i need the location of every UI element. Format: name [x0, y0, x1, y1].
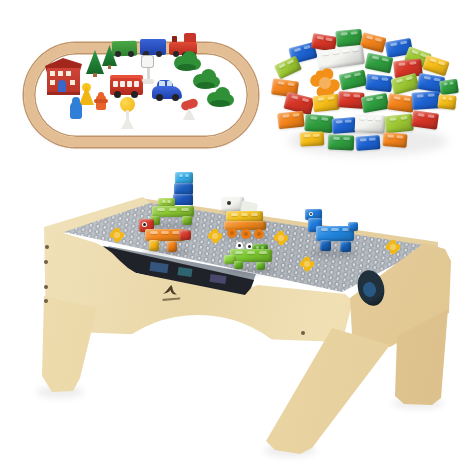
stud [331, 228, 338, 232]
stud [241, 213, 248, 217]
flower-piece-yellow [300, 257, 314, 271]
stud [231, 213, 238, 217]
stud [161, 231, 169, 235]
dino-leg [320, 240, 331, 251]
stud [259, 251, 267, 255]
flower-core [114, 232, 119, 237]
stud [247, 251, 255, 255]
stud [179, 174, 183, 178]
stud [157, 208, 165, 212]
tabletop-builds [0, 0, 474, 474]
giraffe-tail-red [179, 230, 191, 240]
giraffe-leg-orange [167, 241, 177, 252]
giraffe-pupil [143, 223, 146, 226]
croc-leg [234, 261, 243, 269]
lime-creature-leg [182, 216, 192, 225]
flower-piece-yellow [386, 240, 400, 254]
stud [181, 208, 189, 212]
dino-pupil [310, 213, 312, 215]
stud [150, 231, 158, 235]
flower-core [278, 235, 283, 240]
stud [167, 200, 171, 204]
duck-eye [227, 201, 231, 205]
flower-core [304, 261, 309, 266]
giraffe-leg-yellow [149, 240, 159, 251]
flower-piece-yellow [208, 229, 222, 243]
flower-piece-yellow [274, 231, 288, 245]
flower-core [390, 244, 395, 249]
product-photo [0, 0, 474, 474]
flower-piece-yellow [110, 228, 124, 242]
croc-pupil [238, 244, 241, 247]
stud [185, 174, 189, 178]
stud [169, 208, 177, 212]
flower-core [212, 233, 217, 238]
duck-wheel-hub [257, 232, 261, 236]
dino-tail [348, 222, 358, 231]
dino-leg [340, 241, 351, 252]
stud [162, 200, 166, 204]
stud [321, 228, 328, 232]
stud [235, 251, 243, 255]
duck-wheel-hub [244, 232, 248, 236]
croc-leg [256, 262, 265, 270]
duck-wheel-hub [230, 231, 234, 235]
croc-pupil [248, 245, 251, 248]
stud [251, 213, 258, 217]
